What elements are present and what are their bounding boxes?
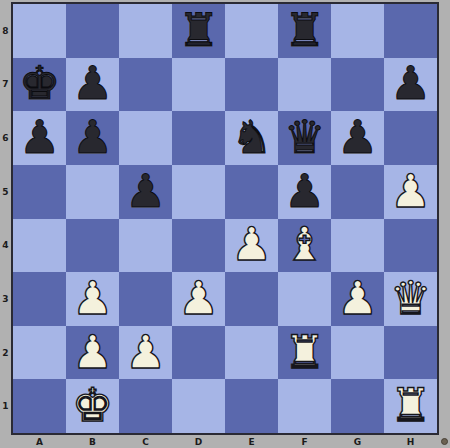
square-f3[interactable] [278, 272, 331, 326]
square-a8[interactable] [13, 4, 66, 58]
board-frame: ♜♜♚♟♟♟♟♞♛♟♟♟♟♟♝♟♟♟♛♟♟♜♚♜ [11, 2, 439, 435]
square-c8[interactable] [119, 4, 172, 58]
white-pawn[interactable]: ♟ [72, 275, 113, 321]
square-e4[interactable]: ♟ [225, 219, 278, 273]
square-c4[interactable] [119, 219, 172, 273]
file-label-b: B [66, 437, 119, 447]
square-b1[interactable]: ♚ [66, 379, 119, 433]
square-h7[interactable]: ♟ [384, 58, 437, 112]
white-king[interactable]: ♚ [72, 382, 113, 428]
square-b7[interactable]: ♟ [66, 58, 119, 112]
square-f5[interactable]: ♟ [278, 165, 331, 219]
rank-labels: 87654321 [0, 4, 11, 433]
square-g7[interactable] [331, 58, 384, 112]
square-g3[interactable]: ♟ [331, 272, 384, 326]
square-d8[interactable]: ♜ [172, 4, 225, 58]
square-b4[interactable] [66, 219, 119, 273]
rank-label-2: 2 [0, 326, 11, 380]
chess-app-window: 87654321 ♜♜♚♟♟♟♟♞♛♟♟♟♟♟♝♟♟♟♛♟♟♜♚♜ ABCDEF… [0, 0, 450, 448]
square-e2[interactable] [225, 326, 278, 380]
square-d4[interactable] [172, 219, 225, 273]
square-f4[interactable]: ♝ [278, 219, 331, 273]
square-h5[interactable]: ♟ [384, 165, 437, 219]
square-f1[interactable] [278, 379, 331, 433]
file-label-f: F [278, 437, 331, 447]
rank-label-8: 8 [0, 4, 11, 58]
square-g6[interactable]: ♟ [331, 111, 384, 165]
white-queen[interactable]: ♛ [390, 275, 431, 321]
file-label-g: G [331, 437, 384, 447]
square-h6[interactable] [384, 111, 437, 165]
square-c6[interactable] [119, 111, 172, 165]
rank-label-3: 3 [0, 272, 11, 326]
square-d2[interactable] [172, 326, 225, 380]
square-c1[interactable] [119, 379, 172, 433]
square-f8[interactable]: ♜ [278, 4, 331, 58]
black-pawn[interactable]: ♟ [390, 60, 431, 106]
square-a2[interactable] [13, 326, 66, 380]
square-a7[interactable]: ♚ [13, 58, 66, 112]
square-g1[interactable] [331, 379, 384, 433]
square-h8[interactable] [384, 4, 437, 58]
square-f7[interactable] [278, 58, 331, 112]
square-b6[interactable]: ♟ [66, 111, 119, 165]
black-rook[interactable]: ♜ [178, 7, 219, 53]
square-e3[interactable] [225, 272, 278, 326]
black-queen[interactable]: ♛ [284, 114, 325, 160]
square-e6[interactable]: ♞ [225, 111, 278, 165]
black-pawn[interactable]: ♟ [72, 114, 113, 160]
square-c7[interactable] [119, 58, 172, 112]
white-bishop[interactable]: ♝ [284, 221, 325, 267]
square-a4[interactable] [13, 219, 66, 273]
black-rook[interactable]: ♜ [284, 7, 325, 53]
square-h4[interactable] [384, 219, 437, 273]
white-pawn[interactable]: ♟ [125, 329, 166, 375]
square-c3[interactable] [119, 272, 172, 326]
square-c2[interactable]: ♟ [119, 326, 172, 380]
square-d3[interactable]: ♟ [172, 272, 225, 326]
rank-label-7: 7 [0, 58, 11, 112]
square-d6[interactable] [172, 111, 225, 165]
square-e7[interactable] [225, 58, 278, 112]
white-pawn[interactable]: ♟ [337, 275, 378, 321]
black-pawn[interactable]: ♟ [284, 168, 325, 214]
square-e5[interactable] [225, 165, 278, 219]
file-labels: ABCDEFGH [13, 436, 437, 448]
rank-label-5: 5 [0, 165, 11, 219]
white-pawn[interactable]: ♟ [231, 221, 272, 267]
square-a3[interactable] [13, 272, 66, 326]
square-c5[interactable]: ♟ [119, 165, 172, 219]
white-pawn[interactable]: ♟ [72, 329, 113, 375]
square-d7[interactable] [172, 58, 225, 112]
square-a6[interactable]: ♟ [13, 111, 66, 165]
file-label-h: H [384, 437, 437, 447]
file-label-d: D [172, 437, 225, 447]
square-b3[interactable]: ♟ [66, 272, 119, 326]
corner-grip-icon [441, 438, 448, 445]
square-e8[interactable] [225, 4, 278, 58]
square-f6[interactable]: ♛ [278, 111, 331, 165]
square-a1[interactable] [13, 379, 66, 433]
white-rook[interactable]: ♜ [390, 382, 431, 428]
square-d5[interactable] [172, 165, 225, 219]
black-knight[interactable]: ♞ [231, 114, 272, 160]
square-b8[interactable] [66, 4, 119, 58]
square-g8[interactable] [331, 4, 384, 58]
white-pawn[interactable]: ♟ [178, 275, 219, 321]
rank-label-4: 4 [0, 219, 11, 273]
black-pawn[interactable]: ♟ [125, 168, 166, 214]
white-pawn[interactable]: ♟ [390, 168, 431, 214]
white-rook[interactable]: ♜ [284, 329, 325, 375]
square-e1[interactable] [225, 379, 278, 433]
file-label-c: C [119, 437, 172, 447]
black-pawn[interactable]: ♟ [19, 114, 60, 160]
black-pawn[interactable]: ♟ [72, 60, 113, 106]
square-b5[interactable] [66, 165, 119, 219]
square-f2[interactable]: ♜ [278, 326, 331, 380]
square-h2[interactable] [384, 326, 437, 380]
square-g4[interactable] [331, 219, 384, 273]
square-b2[interactable]: ♟ [66, 326, 119, 380]
black-king[interactable]: ♚ [19, 60, 60, 106]
square-a5[interactable] [13, 165, 66, 219]
square-h3[interactable]: ♛ [384, 272, 437, 326]
file-label-a: A [13, 437, 66, 447]
square-g2[interactable] [331, 326, 384, 380]
square-g5[interactable] [331, 165, 384, 219]
square-d1[interactable] [172, 379, 225, 433]
file-label-e: E [225, 437, 278, 447]
rank-label-6: 6 [0, 111, 11, 165]
black-pawn[interactable]: ♟ [337, 114, 378, 160]
board-grid: ♜♜♚♟♟♟♟♞♛♟♟♟♟♟♝♟♟♟♛♟♟♜♚♜ [13, 4, 437, 433]
square-h1[interactable]: ♜ [384, 379, 437, 433]
rank-label-1: 1 [0, 379, 11, 433]
